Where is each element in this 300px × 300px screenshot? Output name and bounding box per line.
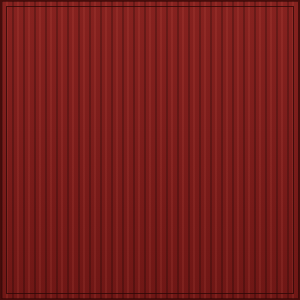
screenshot-root xyxy=(0,0,300,300)
chess-board-frame xyxy=(0,0,300,300)
chess-board xyxy=(7,7,293,293)
